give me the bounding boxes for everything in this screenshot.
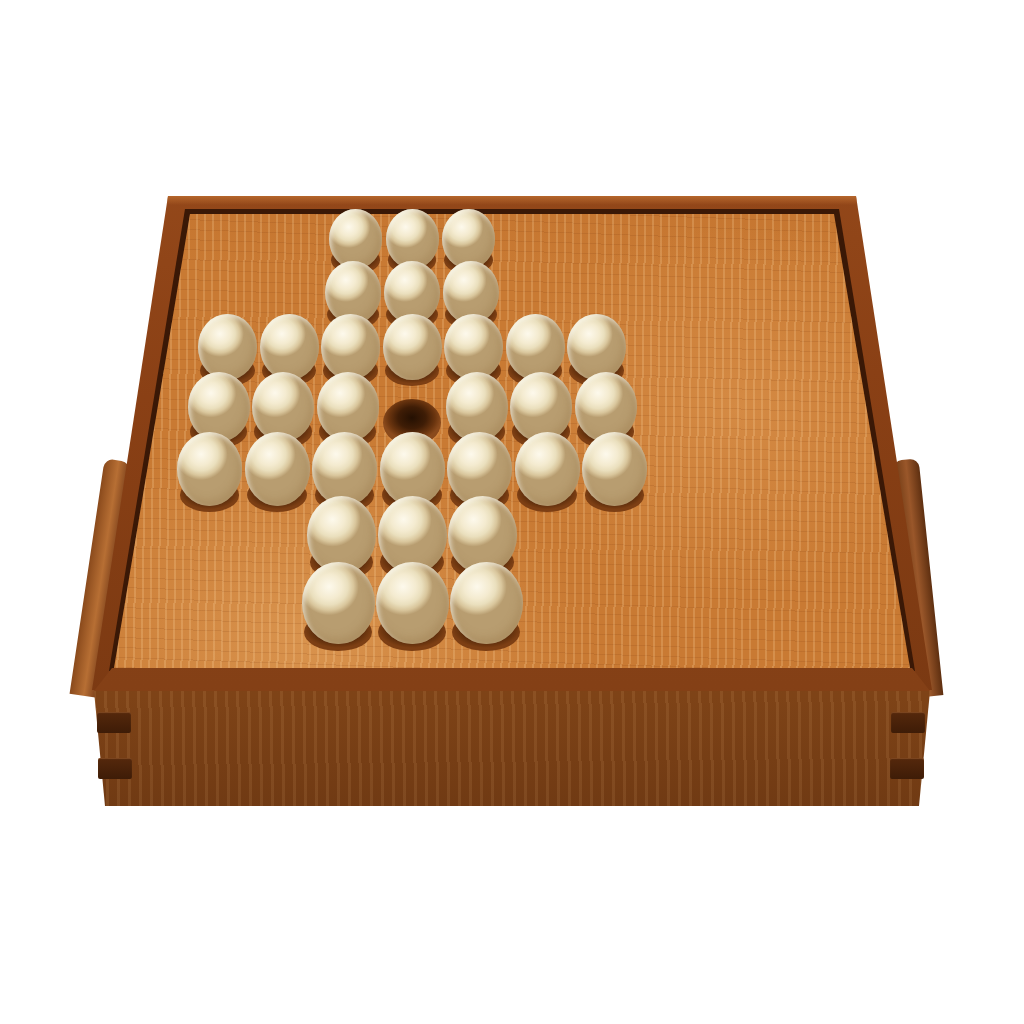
marble-e5[interactable] [447, 432, 512, 505]
marble-g3[interactable] [567, 314, 626, 381]
finger-joint-left-lower [98, 758, 132, 779]
marble-b3[interactable] [260, 314, 319, 381]
finger-joint-right-lower [890, 758, 924, 779]
marble-e7[interactable] [450, 562, 523, 644]
marble-e3[interactable] [444, 314, 503, 381]
marble-a4[interactable] [188, 372, 250, 442]
marble-d7[interactable] [376, 562, 449, 644]
marble-d5[interactable] [380, 432, 445, 505]
marble-f3[interactable] [506, 314, 565, 381]
marble-a3[interactable] [198, 314, 257, 381]
marble-b5[interactable] [245, 432, 310, 505]
marble-a5[interactable] [177, 432, 242, 505]
playing-board [0, 0, 1024, 1024]
marble-c3[interactable] [321, 314, 380, 381]
marble-g4[interactable] [575, 372, 637, 442]
marble-d3[interactable] [383, 314, 442, 381]
marble-f5[interactable] [515, 432, 580, 505]
peg-solitaire-product-photo [0, 0, 1024, 1024]
marble-c7[interactable] [302, 562, 375, 644]
marble-g5[interactable] [582, 432, 647, 505]
finger-joint-right-upper [891, 712, 925, 733]
marble-c5[interactable] [312, 432, 377, 505]
finger-joint-left-upper [97, 712, 131, 733]
